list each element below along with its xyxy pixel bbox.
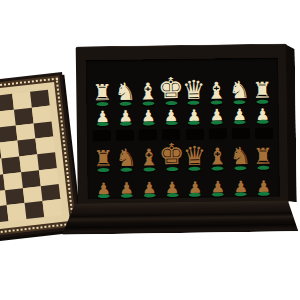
chess-piece-brown-rook[interactable]: ♜	[253, 147, 273, 170]
chess-piece-white-pawn[interactable]: ♟	[93, 109, 113, 126]
piece-glyph: ♝	[207, 146, 228, 168]
chess-piece-white-pawn[interactable]: ♟	[138, 108, 158, 125]
green-felt-base	[143, 193, 155, 197]
case-base-molding	[62, 200, 298, 234]
chess-piece-white-pawn[interactable]: ♟	[184, 107, 204, 124]
chess-piece-brown-king[interactable]: ♚	[162, 141, 182, 171]
green-felt-base	[166, 193, 178, 197]
chess-piece-brown-bishop[interactable]: ♝	[207, 146, 227, 170]
piece-glyph: ♚	[158, 75, 184, 103]
green-felt-base	[165, 121, 177, 125]
piece-case: ♜♞♝♚♛♝♞♜♟♟♟♟♟♟♟♟♜♞♝♚♛♝♞♜♟♟♟♟♟♟♟♟	[76, 44, 289, 206]
chess-piece-brown-pawn[interactable]: ♟	[208, 179, 228, 196]
piece-glyph: ♞	[228, 79, 250, 102]
piece-glyph: ♝	[138, 81, 159, 103]
chess-piece-brown-queen[interactable]: ♛	[184, 144, 204, 171]
chess-piece-white-pawn[interactable]: ♟	[230, 107, 250, 124]
chess-piece-brown-pawn[interactable]: ♟	[231, 179, 251, 196]
chess-piece-brown-pawn[interactable]: ♟	[162, 180, 182, 197]
green-felt-base	[257, 166, 269, 170]
chess-piece-brown-rook[interactable]: ♜	[93, 149, 113, 172]
felt-tray: ♜♞♝♚♛♝♞♜♟♟♟♟♟♟♟♟♜♞♝♚♛♝♞♜♟♟♟♟♟♟♟♟	[86, 58, 280, 200]
chess-piece-brown-knight[interactable]: ♞	[116, 147, 136, 172]
case-group: ♜♞♝♚♛♝♞♜♟♟♟♟♟♟♟♟♜♞♝♚♛♝♞♜♟♟♟♟♟♟♟♟	[0, 0, 300, 300]
product-photo: ♜♞♝♚♛♝♞♜♟♟♟♟♟♟♟♟♜♞♝♚♛♝♞♜♟♟♟♟♟♟♟♟	[0, 0, 300, 300]
chess-piece-brown-pawn[interactable]: ♟	[94, 181, 114, 198]
piece-glyph: ♞	[229, 145, 251, 168]
piece-glyph: ♛	[183, 144, 207, 169]
tray-row-brown-4: ♟♟♟♟♟♟♟♟	[87, 172, 279, 199]
green-felt-base	[212, 166, 224, 170]
piece-glyph: ♜	[253, 147, 273, 168]
chess-piece-brown-pawn[interactable]: ♟	[116, 180, 136, 197]
chess-piece-brown-pawn[interactable]: ♟	[185, 179, 205, 196]
chess-piece-white-pawn[interactable]: ♟	[207, 107, 227, 124]
chess-piece-white-pawn[interactable]: ♟	[252, 107, 272, 124]
chess-piece-brown-pawn[interactable]: ♟	[139, 180, 159, 197]
green-felt-base	[143, 167, 155, 171]
chess-piece-brown-pawn[interactable]: ♟	[253, 179, 273, 196]
green-felt-base	[142, 121, 154, 125]
green-felt-base	[97, 168, 109, 172]
piece-glyph: ♝	[206, 80, 227, 102]
piece-glyph: ♞	[114, 81, 136, 104]
chess-piece-brown-knight[interactable]: ♞	[230, 145, 250, 170]
green-felt-base	[166, 167, 178, 171]
piece-glyph: ♛	[182, 78, 206, 103]
chess-piece-white-pawn[interactable]: ♟	[115, 108, 135, 125]
piece-glyph: ♝	[138, 147, 159, 169]
tray-row-brown-3: ♜♞♝♚♛♝♞♜	[87, 130, 280, 173]
piece-glyph: ♚	[159, 141, 185, 169]
chess-piece-white-pawn[interactable]: ♟	[161, 108, 181, 125]
chess-piece-brown-bishop[interactable]: ♝	[139, 147, 159, 171]
piece-glyph: ♜	[93, 149, 113, 170]
tray-row-white-1: ♟♟♟♟♟♟♟♟	[86, 100, 278, 127]
piece-glyph: ♞	[115, 147, 137, 170]
